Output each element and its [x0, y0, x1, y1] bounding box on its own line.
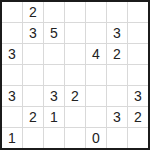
cell-r1c4[interactable]	[65, 2, 85, 22]
cell-r7c6[interactable]	[107, 128, 127, 148]
cell-r5c1[interactable]: 3	[2, 86, 22, 106]
cell-r6c1[interactable]	[2, 107, 22, 127]
cell-r2c7[interactable]	[128, 23, 148, 43]
cell-r2c2[interactable]: 3	[23, 23, 43, 43]
cell-r4c3[interactable]	[44, 65, 64, 85]
cell-r5c7[interactable]: 3	[128, 86, 148, 106]
cell-r3c3[interactable]	[44, 44, 64, 64]
cell-r2c5[interactable]	[86, 23, 106, 43]
cell-r4c6[interactable]	[107, 65, 127, 85]
cell-r7c1[interactable]: 1	[2, 128, 22, 148]
cell-r6c2[interactable]: 2	[23, 107, 43, 127]
cell-r5c4[interactable]: 2	[65, 86, 85, 106]
cell-r4c4[interactable]	[65, 65, 85, 85]
cell-r6c4[interactable]	[65, 107, 85, 127]
cell-r3c4[interactable]	[65, 44, 85, 64]
puzzle-board: 23533423323213210	[0, 0, 150, 150]
cell-r4c1[interactable]	[2, 65, 22, 85]
cell-r2c1[interactable]	[2, 23, 22, 43]
cell-r7c7[interactable]	[128, 128, 148, 148]
cell-r4c7[interactable]	[128, 65, 148, 85]
cell-r7c4[interactable]	[65, 128, 85, 148]
cell-r1c1[interactable]	[2, 2, 22, 22]
cell-r7c2[interactable]	[23, 128, 43, 148]
cell-r1c2[interactable]: 2	[23, 2, 43, 22]
cell-r1c7[interactable]	[128, 2, 148, 22]
cell-r1c6[interactable]	[107, 2, 127, 22]
cell-r3c2[interactable]	[23, 44, 43, 64]
cell-r5c2[interactable]	[23, 86, 43, 106]
cell-r6c6[interactable]: 3	[107, 107, 127, 127]
cell-r5c5[interactable]	[86, 86, 106, 106]
cell-r7c5[interactable]: 0	[86, 128, 106, 148]
cell-r5c6[interactable]	[107, 86, 127, 106]
cell-r4c2[interactable]	[23, 65, 43, 85]
cell-r5c3[interactable]: 3	[44, 86, 64, 106]
cell-r6c3[interactable]: 1	[44, 107, 64, 127]
cell-r4c5[interactable]	[86, 65, 106, 85]
cell-r7c3[interactable]	[44, 128, 64, 148]
cell-r6c7[interactable]: 2	[128, 107, 148, 127]
cell-r2c6[interactable]: 3	[107, 23, 127, 43]
cell-r3c7[interactable]	[128, 44, 148, 64]
cell-r3c5[interactable]: 4	[86, 44, 106, 64]
cell-r1c3[interactable]	[44, 2, 64, 22]
cell-r3c1[interactable]: 3	[2, 44, 22, 64]
cell-r6c5[interactable]	[86, 107, 106, 127]
cell-r2c3[interactable]: 5	[44, 23, 64, 43]
cell-r3c6[interactable]: 2	[107, 44, 127, 64]
cell-r2c4[interactable]	[65, 23, 85, 43]
cell-r1c5[interactable]	[86, 2, 106, 22]
